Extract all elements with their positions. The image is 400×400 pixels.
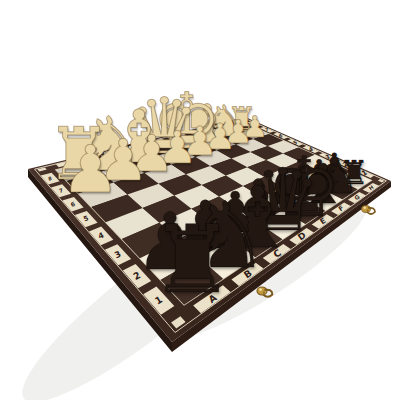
chess-board: AABBCCDDEEFFGGHH1122334455667788 xyxy=(0,0,400,400)
chess-set-product-photo: AABBCCDDEEFFGGHH1122334455667788 ♜♞♟♝♟♚♟… xyxy=(0,0,400,400)
coordinate-label-b-far: B xyxy=(97,149,107,161)
